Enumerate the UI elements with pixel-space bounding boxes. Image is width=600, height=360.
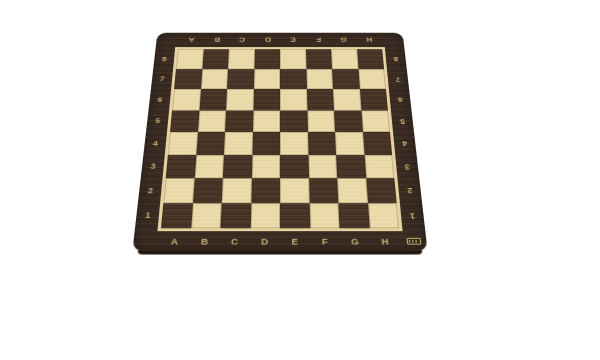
coordinate-label: D (254, 33, 280, 47)
square-a3[interactable] (166, 155, 196, 179)
square-f2[interactable] (309, 178, 339, 203)
playing-field (157, 47, 402, 231)
coordinate-label: 2 (397, 178, 422, 203)
square-f4[interactable] (308, 132, 337, 155)
coordinate-label: A (178, 33, 205, 47)
square-h6[interactable] (359, 89, 387, 110)
square-g7[interactable] (332, 69, 359, 89)
square-c4[interactable] (224, 132, 253, 155)
square-d4[interactable] (252, 132, 280, 155)
coordinate-label: H (369, 231, 401, 251)
square-h7[interactable] (358, 69, 386, 89)
file-labels-top: ABCDEFGH (178, 33, 382, 47)
square-e6[interactable] (280, 89, 307, 110)
square-e7[interactable] (280, 69, 306, 89)
coordinate-label: C (229, 33, 255, 47)
coordinate-label: B (189, 231, 220, 251)
square-e5[interactable] (280, 110, 308, 132)
square-g3[interactable] (336, 155, 366, 179)
square-b5[interactable] (198, 110, 227, 132)
square-f5[interactable] (307, 110, 335, 132)
square-h4[interactable] (363, 132, 393, 155)
square-g6[interactable] (333, 89, 361, 110)
square-c8[interactable] (228, 49, 254, 69)
scene: ABCDEFGH ABCDEFGH 87654321 87654321 (0, 0, 600, 360)
square-g5[interactable] (334, 110, 363, 132)
coordinate-label: A (159, 231, 191, 251)
square-f1[interactable] (309, 203, 339, 229)
square-d1[interactable] (250, 203, 280, 229)
coordinate-label: C (219, 231, 250, 251)
coordinate-label: 1 (400, 203, 425, 229)
square-d7[interactable] (254, 69, 280, 89)
square-h8[interactable] (357, 49, 384, 69)
square-d2[interactable] (251, 178, 280, 203)
square-c5[interactable] (225, 110, 253, 132)
square-h2[interactable] (366, 178, 397, 203)
coordinate-label: 5 (146, 110, 169, 132)
chess-board: ABCDEFGH ABCDEFGH 87654321 87654321 (132, 33, 427, 252)
coordinate-label: 4 (393, 132, 417, 155)
coordinate-label: B (203, 33, 229, 47)
square-b7[interactable] (201, 69, 228, 89)
square-a5[interactable] (170, 110, 199, 132)
square-e1[interactable] (280, 203, 310, 229)
coordinate-label: F (310, 231, 341, 251)
coordinate-label: 5 (391, 110, 414, 132)
coordinate-label: 6 (149, 89, 172, 110)
square-b3[interactable] (194, 155, 224, 179)
coordinate-label: E (280, 231, 310, 251)
square-f8[interactable] (306, 49, 332, 69)
square-c6[interactable] (226, 89, 253, 110)
coordinate-label: 8 (153, 49, 175, 69)
coordinate-label: E (280, 33, 306, 47)
square-g4[interactable] (335, 132, 364, 155)
coordinate-label: F (305, 33, 331, 47)
coordinate-label: 3 (141, 155, 165, 179)
square-b8[interactable] (202, 49, 229, 69)
coordinate-label: 8 (385, 49, 407, 69)
squares-grid (161, 49, 399, 228)
coordinate-label: 6 (389, 89, 412, 110)
square-f3[interactable] (308, 155, 337, 179)
square-d6[interactable] (253, 89, 280, 110)
square-g8[interactable] (331, 49, 358, 69)
square-e3[interactable] (280, 155, 309, 179)
square-g1[interactable] (338, 203, 369, 229)
square-e2[interactable] (280, 178, 309, 203)
coordinate-label: 4 (143, 132, 167, 155)
square-a2[interactable] (163, 178, 194, 203)
square-g2[interactable] (337, 178, 367, 203)
square-a8[interactable] (176, 49, 203, 69)
coordinate-label: 7 (387, 69, 409, 89)
square-c1[interactable] (220, 203, 250, 229)
coordinate-label: G (330, 33, 356, 47)
square-b2[interactable] (193, 178, 223, 203)
square-d5[interactable] (253, 110, 281, 132)
square-d8[interactable] (254, 49, 280, 69)
square-h3[interactable] (364, 155, 394, 179)
square-d3[interactable] (251, 155, 280, 179)
coordinate-label: D (250, 231, 280, 251)
square-a4[interactable] (168, 132, 198, 155)
coordinate-label: 3 (395, 155, 419, 179)
coordinate-label: 1 (135, 203, 160, 229)
square-e8[interactable] (280, 49, 306, 69)
square-a1[interactable] (161, 203, 193, 229)
coordinate-label: 2 (138, 178, 163, 203)
square-a6[interactable] (172, 89, 200, 110)
square-c3[interactable] (223, 155, 252, 179)
square-f7[interactable] (306, 69, 333, 89)
square-b1[interactable] (191, 203, 222, 229)
square-b6[interactable] (199, 89, 227, 110)
square-h5[interactable] (361, 110, 390, 132)
square-a7[interactable] (174, 69, 202, 89)
maker-stamp-icon (406, 238, 421, 245)
square-c2[interactable] (222, 178, 252, 203)
square-h1[interactable] (367, 203, 399, 229)
square-e4[interactable] (280, 132, 308, 155)
coordinate-label: 7 (151, 69, 173, 89)
square-b4[interactable] (196, 132, 225, 155)
square-f6[interactable] (306, 89, 333, 110)
coordinate-label: G (340, 231, 371, 251)
file-labels-bottom: ABCDEFGH (159, 231, 401, 251)
square-c7[interactable] (227, 69, 254, 89)
coordinate-label: H (356, 33, 383, 47)
